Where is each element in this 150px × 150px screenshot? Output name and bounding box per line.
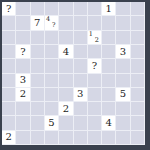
clue-cell: 2 (16, 88, 29, 101)
empty-cell[interactable] (131, 31, 144, 44)
empty-cell[interactable] (116, 74, 129, 87)
clue-value: 7 (34, 18, 40, 28)
empty-cell[interactable] (74, 116, 87, 129)
clue-value: 5 (120, 89, 126, 99)
empty-cell[interactable] (59, 131, 72, 144)
empty-cell[interactable] (31, 59, 44, 72)
empty-cell[interactable] (74, 131, 87, 144)
empty-cell[interactable] (45, 59, 58, 72)
empty-cell[interactable] (74, 2, 87, 15)
empty-cell[interactable] (2, 102, 15, 115)
empty-cell[interactable] (88, 45, 101, 58)
empty-cell[interactable] (59, 2, 72, 15)
clue-value: 2 (20, 89, 26, 99)
empty-cell[interactable] (45, 102, 58, 115)
empty-cell[interactable] (2, 31, 15, 44)
clue-value-top-left: 1 (89, 31, 93, 38)
clue-cell: 3 (74, 88, 87, 101)
empty-cell[interactable] (2, 45, 15, 58)
empty-cell[interactable] (45, 2, 58, 15)
empty-cell[interactable] (131, 102, 144, 115)
empty-cell[interactable] (116, 59, 129, 72)
empty-cell[interactable] (31, 88, 44, 101)
empty-cell[interactable] (88, 102, 101, 115)
clue-value: 4 (106, 118, 112, 128)
empty-cell[interactable] (116, 16, 129, 29)
clue-value: 2 (63, 104, 69, 114)
clue-cell: ? (16, 45, 29, 58)
clue-cell: ? (2, 2, 15, 15)
clue-value-bottom-right: 2 (95, 37, 99, 44)
empty-cell[interactable] (31, 131, 44, 144)
empty-cell[interactable] (102, 16, 115, 29)
empty-cell[interactable] (74, 59, 87, 72)
empty-cell[interactable] (116, 31, 129, 44)
empty-cell[interactable] (45, 88, 58, 101)
empty-cell[interactable] (59, 31, 72, 44)
empty-cell[interactable] (16, 102, 29, 115)
clue-cell: 2 (2, 131, 15, 144)
empty-cell[interactable] (31, 2, 44, 15)
empty-cell[interactable] (131, 16, 144, 29)
empty-cell[interactable] (131, 88, 144, 101)
empty-cell[interactable] (131, 59, 144, 72)
empty-cell[interactable] (59, 74, 72, 87)
clue-value: ? (20, 47, 25, 57)
empty-cell[interactable] (16, 2, 29, 15)
empty-cell[interactable] (74, 74, 87, 87)
clue-value: ? (92, 61, 97, 71)
empty-cell[interactable] (102, 31, 115, 44)
empty-cell[interactable] (131, 116, 144, 129)
empty-cell[interactable] (116, 2, 129, 15)
empty-cell[interactable] (31, 31, 44, 44)
empty-cell[interactable] (45, 74, 58, 87)
empty-cell[interactable] (74, 16, 87, 29)
clue-cell: 4 (102, 116, 115, 129)
empty-cell[interactable] (88, 16, 101, 29)
empty-cell[interactable] (102, 59, 115, 72)
tapa-puzzle-window: ?174?12?43?32352542 (0, 0, 150, 150)
empty-cell[interactable] (116, 102, 129, 115)
empty-cell[interactable] (2, 88, 15, 101)
empty-cell[interactable] (45, 131, 58, 144)
empty-cell[interactable] (16, 16, 29, 29)
empty-cell[interactable] (59, 116, 72, 129)
clue-value: 4 (63, 47, 69, 57)
empty-cell[interactable] (131, 74, 144, 87)
clue-cell: ? (88, 59, 101, 72)
empty-cell[interactable] (102, 45, 115, 58)
empty-cell[interactable] (102, 88, 115, 101)
empty-cell[interactable] (116, 116, 129, 129)
empty-cell[interactable] (2, 16, 15, 29)
clue-cell: 1 (102, 2, 115, 15)
clue-value: ? (6, 4, 11, 14)
empty-cell[interactable] (2, 116, 15, 129)
empty-cell[interactable] (88, 131, 101, 144)
clue-value-top-left: 4 (46, 16, 50, 23)
empty-cell[interactable] (74, 45, 87, 58)
clue-value: 3 (20, 75, 26, 85)
empty-cell[interactable] (16, 59, 29, 72)
clue-value-bottom-right: ? (52, 22, 56, 29)
empty-cell[interactable] (102, 74, 115, 87)
clue-cell: 2 (59, 102, 72, 115)
empty-cell[interactable] (31, 74, 44, 87)
empty-cell[interactable] (102, 102, 115, 115)
empty-cell[interactable] (88, 116, 101, 129)
clue-cell: 4? (45, 16, 58, 29)
clue-cell: 7 (31, 16, 44, 29)
empty-cell[interactable] (45, 31, 58, 44)
empty-cell[interactable] (2, 74, 15, 87)
empty-cell[interactable] (59, 59, 72, 72)
clue-cell: 12 (88, 31, 101, 44)
clue-value: 2 (5, 132, 11, 142)
clue-cell: 3 (116, 45, 129, 58)
clue-cell: 5 (45, 116, 58, 129)
clue-value: 3 (77, 89, 83, 99)
clue-value: 1 (106, 4, 112, 14)
empty-cell[interactable] (59, 88, 72, 101)
empty-cell[interactable] (31, 45, 44, 58)
empty-cell[interactable] (74, 102, 87, 115)
empty-cell[interactable] (16, 31, 29, 44)
clue-cell: 3 (16, 74, 29, 87)
empty-cell[interactable] (2, 59, 15, 72)
empty-cell[interactable] (59, 16, 72, 29)
empty-cell[interactable] (31, 102, 44, 115)
empty-cell[interactable] (16, 116, 29, 129)
clue-cell: 5 (116, 88, 129, 101)
empty-cell[interactable] (88, 88, 101, 101)
clue-cell: 4 (59, 45, 72, 58)
empty-cell[interactable] (116, 131, 129, 144)
tapa-board: ?174?12?43?32352542 (2, 2, 145, 145)
empty-cell[interactable] (74, 31, 87, 44)
clue-value: 3 (120, 47, 126, 57)
empty-cell[interactable] (16, 131, 29, 144)
empty-cell[interactable] (31, 116, 44, 129)
empty-cell[interactable] (131, 131, 144, 144)
clue-value: 5 (48, 118, 54, 128)
empty-cell[interactable] (88, 74, 101, 87)
empty-cell[interactable] (131, 45, 144, 58)
empty-cell[interactable] (88, 2, 101, 15)
empty-cell[interactable] (102, 131, 115, 144)
empty-cell[interactable] (45, 45, 58, 58)
empty-cell[interactable] (131, 2, 144, 15)
